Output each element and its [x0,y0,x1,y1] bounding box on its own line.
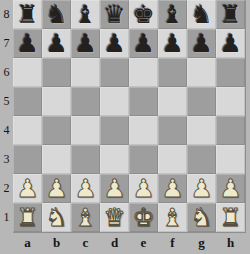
file-label-f: f [158,233,187,254]
rank-label-6: 6 [0,58,13,87]
piece-white-pawn[interactable]: ♟ [132,174,154,203]
square-a6[interactable] [13,58,42,87]
square-a3[interactable] [13,145,42,174]
piece-black-knight[interactable]: ♞ [190,0,212,29]
piece-white-pawn[interactable]: ♟ [219,174,241,203]
rank-label-3: 3 [0,145,13,174]
square-c1[interactable]: ♝ [71,203,100,232]
piece-black-pawn[interactable]: ♟ [161,29,183,58]
file-label-d: d [100,233,129,254]
rank-label-1: 1 [0,203,13,232]
square-f3[interactable] [158,145,187,174]
square-a5[interactable] [13,87,42,116]
square-d5[interactable] [100,87,129,116]
square-g5[interactable] [187,87,216,116]
piece-black-bishop[interactable]: ♝ [161,0,183,29]
file-label-g: g [187,233,216,254]
square-e5[interactable] [129,87,158,116]
piece-black-bishop[interactable]: ♝ [74,0,96,29]
square-e8[interactable]: ♚ [129,0,158,29]
square-c6[interactable] [71,58,100,87]
piece-white-rook[interactable]: ♜ [219,203,241,232]
square-f4[interactable] [158,116,187,145]
square-a4[interactable] [13,116,42,145]
rank-labels: 87654321 [0,0,13,232]
square-a7[interactable]: ♟ [13,29,42,58]
square-b2[interactable]: ♟ [42,174,71,203]
chess-board[interactable]: ♜♞♝♛♚♝♞♜♟♟♟♟♟♟♟♟♟♟♟♟♟♟♟♟♜♞♝♛♚♝♞♜ [13,0,246,233]
square-f6[interactable] [158,58,187,87]
file-labels: abcdefgh [13,233,246,254]
chess-board-window: 87654321 ♜♞♝♛♚♝♞♜♟♟♟♟♟♟♟♟♟♟♟♟♟♟♟♟♜♞♝♛♚♝♞… [0,0,250,254]
square-f7[interactable]: ♟ [158,29,187,58]
square-d1[interactable]: ♛ [100,203,129,232]
rank-label-2: 2 [0,174,13,203]
square-d8[interactable]: ♛ [100,0,129,29]
piece-black-pawn[interactable]: ♟ [103,29,125,58]
square-c8[interactable]: ♝ [71,0,100,29]
piece-black-knight[interactable]: ♞ [45,0,67,29]
piece-black-pawn[interactable]: ♟ [74,29,96,58]
square-g7[interactable]: ♟ [187,29,216,58]
square-d6[interactable] [100,58,129,87]
piece-white-knight[interactable]: ♞ [190,203,212,232]
piece-white-bishop[interactable]: ♝ [74,203,96,232]
rank-label-5: 5 [0,87,13,116]
piece-black-pawn[interactable]: ♟ [16,29,38,58]
square-g1[interactable]: ♞ [187,203,216,232]
square-f1[interactable]: ♝ [158,203,187,232]
square-h1[interactable]: ♜ [216,203,245,232]
file-label-c: c [71,233,100,254]
square-h4[interactable] [216,116,245,145]
piece-black-pawn[interactable]: ♟ [45,29,67,58]
square-b5[interactable] [42,87,71,116]
piece-black-pawn[interactable]: ♟ [132,29,154,58]
square-h7[interactable]: ♟ [216,29,245,58]
square-f2[interactable]: ♟ [158,174,187,203]
square-g6[interactable] [187,58,216,87]
square-c5[interactable] [71,87,100,116]
square-c3[interactable] [71,145,100,174]
piece-white-pawn[interactable]: ♟ [16,174,38,203]
file-label-a: a [13,233,42,254]
square-f8[interactable]: ♝ [158,0,187,29]
square-h8[interactable]: ♜ [216,0,245,29]
square-b1[interactable]: ♞ [42,203,71,232]
square-h6[interactable] [216,58,245,87]
piece-white-bishop[interactable]: ♝ [161,203,183,232]
square-b8[interactable]: ♞ [42,0,71,29]
piece-white-knight[interactable]: ♞ [45,203,67,232]
piece-black-rook[interactable]: ♜ [16,0,38,29]
square-d7[interactable]: ♟ [100,29,129,58]
square-g2[interactable]: ♟ [187,174,216,203]
piece-white-pawn[interactable]: ♟ [74,174,96,203]
square-g4[interactable] [187,116,216,145]
square-f5[interactable] [158,87,187,116]
square-b7[interactable]: ♟ [42,29,71,58]
square-c7[interactable]: ♟ [71,29,100,58]
piece-black-pawn[interactable]: ♟ [190,29,212,58]
square-e6[interactable] [129,58,158,87]
square-e2[interactable]: ♟ [129,174,158,203]
rank-label-8: 8 [0,0,13,29]
piece-white-pawn[interactable]: ♟ [103,174,125,203]
piece-black-pawn[interactable]: ♟ [219,29,241,58]
piece-white-pawn[interactable]: ♟ [45,174,67,203]
square-d3[interactable] [100,145,129,174]
piece-white-queen[interactable]: ♛ [103,203,125,232]
square-e7[interactable]: ♟ [129,29,158,58]
file-label-b: b [42,233,71,254]
square-h5[interactable] [216,87,245,116]
piece-black-king[interactable]: ♚ [132,0,154,29]
piece-white-pawn[interactable]: ♟ [190,174,212,203]
rank-label-4: 4 [0,116,13,145]
piece-white-king[interactable]: ♚ [132,203,154,232]
square-a2[interactable]: ♟ [13,174,42,203]
piece-white-pawn[interactable]: ♟ [161,174,183,203]
square-e4[interactable] [129,116,158,145]
square-b4[interactable] [42,116,71,145]
square-a1[interactable]: ♜ [13,203,42,232]
piece-white-rook[interactable]: ♜ [16,203,38,232]
file-label-h: h [216,233,245,254]
square-d4[interactable] [100,116,129,145]
rank-label-7: 7 [0,29,13,58]
piece-black-queen[interactable]: ♛ [103,0,125,29]
square-d2[interactable]: ♟ [100,174,129,203]
file-label-e: e [129,233,158,254]
square-b3[interactable] [42,145,71,174]
square-a8[interactable]: ♜ [13,0,42,29]
square-g8[interactable]: ♞ [187,0,216,29]
square-c4[interactable] [71,116,100,145]
square-b6[interactable] [42,58,71,87]
square-g3[interactable] [187,145,216,174]
square-h2[interactable]: ♟ [216,174,245,203]
square-c2[interactable]: ♟ [71,174,100,203]
square-h3[interactable] [216,145,245,174]
square-e3[interactable] [129,145,158,174]
piece-black-rook[interactable]: ♜ [219,0,241,29]
square-e1[interactable]: ♚ [129,203,158,232]
